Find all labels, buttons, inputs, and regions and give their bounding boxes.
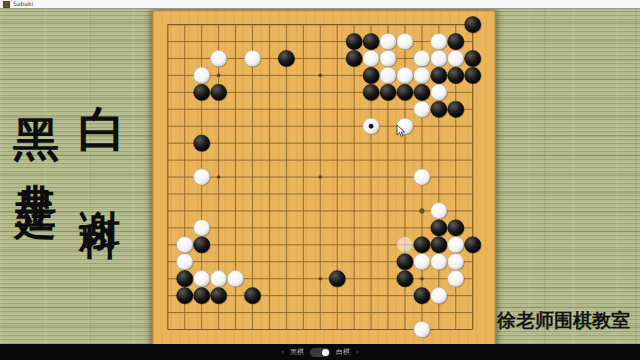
taskbar: ‹ 黑棋 白棋 › — [0, 344, 640, 360]
white-player-name: 谢科 — [73, 178, 128, 194]
classroom-caption: 徐老师围棋教室 — [497, 308, 639, 334]
title-bar: Sabaki — [0, 0, 640, 9]
go-board-svg[interactable] — [152, 10, 496, 360]
mouse-cursor-icon — [396, 123, 406, 142]
app-icon — [3, 1, 10, 8]
go-board[interactable] — [152, 10, 496, 360]
black-player-name: 芈昱廷 — [9, 150, 64, 174]
white-side-label: 白棋 — [336, 349, 350, 356]
black-side-label: 黑棋 — [290, 349, 304, 356]
nav-left-mark[interactable]: ‹ — [281, 349, 284, 356]
side-toggle[interactable] — [310, 348, 330, 357]
window-title: Sabaki — [13, 1, 33, 7]
toggle-knob — [322, 349, 329, 356]
nav-right-mark[interactable]: › — [356, 349, 359, 356]
